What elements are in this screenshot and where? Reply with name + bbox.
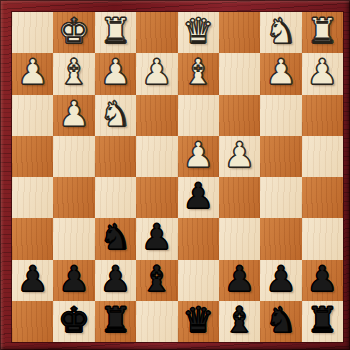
square-e1[interactable] [136, 12, 177, 53]
square-c3[interactable] [219, 95, 260, 136]
square-c8[interactable]: ♝ [219, 301, 260, 342]
square-f1[interactable]: ♜ [95, 12, 136, 53]
square-e4[interactable] [136, 136, 177, 177]
square-d3[interactable] [178, 95, 219, 136]
square-f4[interactable] [95, 136, 136, 177]
piece-black-pawn[interactable]: ♟ [17, 262, 48, 297]
piece-black-pawn[interactable]: ♟ [224, 262, 255, 297]
piece-black-rook[interactable]: ♜ [307, 303, 338, 338]
square-b7[interactable]: ♟ [260, 260, 301, 301]
piece-white-pawn[interactable]: ♟ [307, 55, 338, 90]
square-c6[interactable] [219, 218, 260, 259]
piece-white-rook[interactable]: ♜ [100, 14, 131, 49]
square-a7[interactable]: ♟ [302, 260, 343, 301]
piece-white-bishop[interactable]: ♝ [182, 55, 213, 90]
piece-black-knight[interactable]: ♞ [265, 303, 296, 338]
square-e2[interactable]: ♟ [136, 53, 177, 94]
piece-white-pawn[interactable]: ♟ [17, 55, 48, 90]
square-g3[interactable]: ♟ [53, 95, 94, 136]
piece-white-pawn[interactable]: ♟ [182, 138, 213, 173]
square-e8[interactable] [136, 301, 177, 342]
piece-white-king[interactable]: ♚ [58, 14, 89, 49]
square-f3[interactable]: ♞ [95, 95, 136, 136]
piece-white-knight[interactable]: ♞ [265, 14, 296, 49]
square-g6[interactable] [53, 218, 94, 259]
square-f5[interactable] [95, 177, 136, 218]
piece-white-queen[interactable]: ♛ [182, 14, 213, 49]
square-f6[interactable]: ♞ [95, 218, 136, 259]
square-d1[interactable]: ♛ [178, 12, 219, 53]
square-e6[interactable]: ♟ [136, 218, 177, 259]
square-d8[interactable]: ♛ [178, 301, 219, 342]
square-d4[interactable]: ♟ [178, 136, 219, 177]
square-a8[interactable]: ♜ [302, 301, 343, 342]
square-f7[interactable]: ♟ [95, 260, 136, 301]
square-b6[interactable] [260, 218, 301, 259]
piece-black-pawn[interactable]: ♟ [307, 262, 338, 297]
square-b1[interactable]: ♞ [260, 12, 301, 53]
square-e3[interactable] [136, 95, 177, 136]
square-e7[interactable]: ♝ [136, 260, 177, 301]
piece-white-pawn[interactable]: ♟ [58, 97, 89, 132]
chess-board: ♚♜♛♞♜♟♝♟♟♝♟♟♟♞♟♟♟♞♟♟♟♟♝♟♟♟♚♜♛♝♞♜ [12, 12, 343, 342]
square-h2[interactable]: ♟ [12, 53, 53, 94]
piece-white-bishop[interactable]: ♝ [58, 55, 89, 90]
square-d5[interactable]: ♟ [178, 177, 219, 218]
square-d7[interactable] [178, 260, 219, 301]
square-h3[interactable] [12, 95, 53, 136]
piece-black-knight[interactable]: ♞ [100, 220, 131, 255]
square-e5[interactable] [136, 177, 177, 218]
chess-diagram: ♚♜♛♞♜♟♝♟♟♝♟♟♟♞♟♟♟♞♟♟♟♟♝♟♟♟♚♜♛♝♞♜ [0, 0, 350, 350]
piece-white-rook[interactable]: ♜ [307, 14, 338, 49]
square-c5[interactable] [219, 177, 260, 218]
square-g2[interactable]: ♝ [53, 53, 94, 94]
square-d6[interactable] [178, 218, 219, 259]
piece-black-bishop[interactable]: ♝ [224, 303, 255, 338]
square-g4[interactable] [53, 136, 94, 177]
square-c2[interactable] [219, 53, 260, 94]
square-b8[interactable]: ♞ [260, 301, 301, 342]
square-g7[interactable]: ♟ [53, 260, 94, 301]
piece-black-rook[interactable]: ♜ [100, 303, 131, 338]
square-b4[interactable] [260, 136, 301, 177]
square-a1[interactable]: ♜ [302, 12, 343, 53]
piece-white-pawn[interactable]: ♟ [141, 55, 172, 90]
square-b5[interactable] [260, 177, 301, 218]
square-f8[interactable]: ♜ [95, 301, 136, 342]
piece-black-pawn[interactable]: ♟ [141, 220, 172, 255]
piece-white-pawn[interactable]: ♟ [100, 55, 131, 90]
square-f2[interactable]: ♟ [95, 53, 136, 94]
square-g8[interactable]: ♚ [53, 301, 94, 342]
piece-black-pawn[interactable]: ♟ [182, 179, 213, 214]
square-a2[interactable]: ♟ [302, 53, 343, 94]
square-h5[interactable] [12, 177, 53, 218]
square-a6[interactable] [302, 218, 343, 259]
square-b2[interactable]: ♟ [260, 53, 301, 94]
square-h1[interactable] [12, 12, 53, 53]
piece-white-pawn[interactable]: ♟ [224, 138, 255, 173]
square-h8[interactable] [12, 301, 53, 342]
square-a3[interactable] [302, 95, 343, 136]
square-a5[interactable] [302, 177, 343, 218]
piece-black-pawn[interactable]: ♟ [265, 262, 296, 297]
piece-black-pawn[interactable]: ♟ [58, 262, 89, 297]
piece-black-bishop[interactable]: ♝ [141, 262, 172, 297]
square-h7[interactable]: ♟ [12, 260, 53, 301]
square-c7[interactable]: ♟ [219, 260, 260, 301]
square-g1[interactable]: ♚ [53, 12, 94, 53]
square-h6[interactable] [12, 218, 53, 259]
piece-black-king[interactable]: ♚ [58, 303, 89, 338]
square-g5[interactable] [53, 177, 94, 218]
piece-white-pawn[interactable]: ♟ [265, 55, 296, 90]
square-h4[interactable] [12, 136, 53, 177]
square-a4[interactable] [302, 136, 343, 177]
piece-black-pawn[interactable]: ♟ [100, 262, 131, 297]
piece-black-queen[interactable]: ♛ [182, 303, 213, 338]
square-c4[interactable]: ♟ [219, 136, 260, 177]
square-d2[interactable]: ♝ [178, 53, 219, 94]
piece-white-knight[interactable]: ♞ [100, 97, 131, 132]
square-c1[interactable] [219, 12, 260, 53]
square-b3[interactable] [260, 95, 301, 136]
